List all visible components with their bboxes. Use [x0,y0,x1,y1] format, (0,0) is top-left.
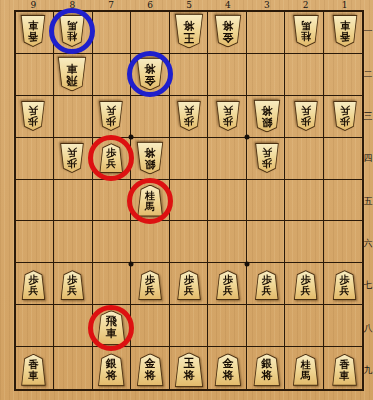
piece-knight-sente: 桂馬 [292,354,319,386]
piece-gold-sente: 金将 [214,353,242,386]
piece-pawn-sente: 歩兵 [254,270,279,300]
square-25[interactable] [285,180,323,222]
file-label-7: 7 [108,0,114,10]
piece-pawn-gote: 歩兵 [293,101,318,131]
square-63[interactable] [131,96,169,138]
piece-pawn-sente: 歩兵 [215,270,240,300]
piece-pawn-gote: 歩兵 [254,143,279,173]
piece-pawn-gote: 歩兵 [99,101,124,131]
piece-rook-sente: 飛車 [96,310,126,345]
piece-gold-gote: 金将 [136,57,164,90]
square-77[interactable] [93,263,131,305]
piece-pawn-gote: 歩兵 [332,101,357,131]
square-18[interactable] [324,305,362,347]
rank-label-7: 七 [363,279,373,292]
square-26[interactable] [285,221,323,263]
piece-king-gote: 王将 [174,14,204,49]
square-35[interactable] [247,180,285,222]
file-label-3: 3 [264,0,270,10]
square-85[interactable] [54,180,92,222]
piece-pawn-sente: 歩兵 [177,270,202,300]
file-label-1: 1 [342,0,348,10]
square-46[interactable] [208,221,246,263]
piece-lance-sente: 香車 [20,354,46,386]
file-label-9: 9 [31,0,37,10]
square-42[interactable] [208,54,246,96]
hoshi-dot [128,262,133,267]
piece-pawn-gote: 歩兵 [21,101,46,131]
square-72[interactable] [93,54,131,96]
file-label-6: 6 [147,0,153,10]
square-44[interactable] [208,138,246,180]
square-14[interactable] [324,138,362,180]
square-86[interactable] [54,221,92,263]
piece-knight-sente: 桂馬 [137,185,164,217]
piece-knight-gote: 桂馬 [292,15,319,47]
piece-silver-gote: 銀将 [136,142,164,175]
square-55[interactable] [170,180,208,222]
piece-pawn-sente: 歩兵 [293,270,318,300]
piece-silver-sente: 銀将 [97,353,125,386]
piece-silver-gote: 銀将 [253,99,281,132]
hoshi-dot [128,135,133,140]
rank-label-8: 八 [363,321,373,334]
piece-pawn-gote: 歩兵 [177,101,202,131]
square-98[interactable] [16,305,54,347]
rank-label-5: 五 [363,194,373,207]
square-45[interactable] [208,180,246,222]
piece-pawn-sente: 歩兵 [99,143,124,173]
square-95[interactable] [16,180,54,222]
square-38[interactable] [247,305,285,347]
piece-gold-sente: 金将 [136,353,164,386]
square-16[interactable] [324,221,362,263]
piece-pawn-gote: 歩兵 [215,101,240,131]
rank-label-6: 六 [363,236,373,249]
square-61[interactable] [131,12,169,54]
square-94[interactable] [16,138,54,180]
shogi-board-screenshot: 987654321 一二三四五六七八九 香車桂馬王将金将桂馬香車飛車金将歩兵歩兵… [0,0,373,400]
piece-pawn-sente: 歩兵 [60,270,85,300]
file-label-5: 5 [186,0,192,10]
square-52[interactable] [170,54,208,96]
hoshi-dot [245,135,250,140]
rank-label-3: 三 [363,109,373,122]
piece-knight-gote: 桂馬 [59,15,86,47]
file-label-4: 4 [225,0,231,10]
rank-label-2: 二 [363,67,373,80]
square-54[interactable] [170,138,208,180]
square-32[interactable] [247,54,285,96]
piece-lance-sente: 香車 [332,354,358,386]
piece-king-sente: 玉将 [174,352,204,387]
square-58[interactable] [170,305,208,347]
square-83[interactable] [54,96,92,138]
square-31[interactable] [247,12,285,54]
square-56[interactable] [170,221,208,263]
rank-label-4: 四 [363,152,373,165]
square-36[interactable] [247,221,285,263]
square-48[interactable] [208,305,246,347]
square-68[interactable] [131,305,169,347]
square-76[interactable] [93,221,131,263]
square-75[interactable] [93,180,131,222]
piece-pawn-sente: 歩兵 [138,270,163,300]
square-66[interactable] [131,221,169,263]
square-24[interactable] [285,138,323,180]
square-88[interactable] [54,305,92,347]
square-22[interactable] [285,54,323,96]
piece-pawn-gote: 歩兵 [60,143,85,173]
square-71[interactable] [93,12,131,54]
piece-lance-gote: 香車 [332,15,358,47]
square-96[interactable] [16,221,54,263]
piece-pawn-sente: 歩兵 [21,270,46,300]
piece-lance-gote: 香車 [20,15,46,47]
piece-silver-sente: 銀将 [253,353,281,386]
piece-rook-gote: 飛車 [57,56,87,91]
piece-pawn-sente: 歩兵 [332,270,357,300]
square-15[interactable] [324,180,362,222]
square-28[interactable] [285,305,323,347]
square-89[interactable] [54,347,92,389]
hoshi-dot [245,262,250,267]
piece-gold-gote: 金将 [214,15,242,48]
file-label-8: 8 [69,0,75,10]
square-92[interactable] [16,54,54,96]
file-label-2: 2 [303,0,309,10]
rank-label-9: 九 [363,363,373,376]
rank-label-1: 一 [363,25,373,38]
square-12[interactable] [324,54,362,96]
